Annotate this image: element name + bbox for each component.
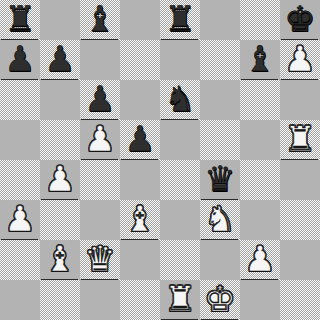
square-e3[interactable] [160,200,200,240]
square-b5[interactable] [40,120,80,160]
square-e2[interactable] [160,240,200,280]
white-king[interactable]: ♚ [204,282,235,317]
white-pawn[interactable]: ♟ [284,42,315,77]
square-g8[interactable] [240,0,280,40]
square-a7[interactable]: ♟ [0,40,40,80]
square-a8[interactable]: ♜ [0,0,40,40]
square-g2[interactable]: ♟ [240,240,280,280]
white-pawn[interactable]: ♟ [4,202,35,237]
black-pawn[interactable]: ♟ [44,42,75,77]
square-g6[interactable] [240,80,280,120]
square-c7[interactable] [80,40,120,80]
square-f3[interactable]: ♞ [200,200,240,240]
square-b6[interactable] [40,80,80,120]
square-a2[interactable] [0,240,40,280]
square-c8[interactable]: ♝ [80,0,120,40]
square-f2[interactable] [200,240,240,280]
white-bishop[interactable]: ♝ [124,202,155,237]
square-e6[interactable]: ♞ [160,80,200,120]
square-e8[interactable]: ♜ [160,0,200,40]
white-rook[interactable]: ♜ [164,282,195,317]
square-h5[interactable]: ♜ [280,120,320,160]
square-h6[interactable] [280,80,320,120]
black-pawn[interactable]: ♟ [84,82,115,117]
square-a6[interactable] [0,80,40,120]
square-h8[interactable]: ♚ [280,0,320,40]
square-d8[interactable] [120,0,160,40]
square-d3[interactable]: ♝ [120,200,160,240]
square-d2[interactable] [120,240,160,280]
white-pawn[interactable]: ♟ [44,162,75,197]
square-f4[interactable]: ♛ [200,160,240,200]
square-g3[interactable] [240,200,280,240]
square-c5[interactable]: ♟ [80,120,120,160]
white-bishop[interactable]: ♝ [44,242,75,277]
square-c4[interactable] [80,160,120,200]
square-f7[interactable] [200,40,240,80]
square-d4[interactable] [120,160,160,200]
white-pawn[interactable]: ♟ [84,122,115,157]
square-h3[interactable] [280,200,320,240]
square-g7[interactable]: ♝ [240,40,280,80]
square-a4[interactable] [0,160,40,200]
square-e1[interactable]: ♜ [160,280,200,320]
black-pawn[interactable]: ♟ [124,122,155,157]
square-f8[interactable] [200,0,240,40]
square-f5[interactable] [200,120,240,160]
black-knight[interactable]: ♞ [164,82,195,117]
black-bishop[interactable]: ♝ [84,2,115,37]
black-king[interactable]: ♚ [284,2,315,37]
white-knight[interactable]: ♞ [204,202,235,237]
square-e5[interactable] [160,120,200,160]
square-c1[interactable] [80,280,120,320]
square-h4[interactable] [280,160,320,200]
white-queen[interactable]: ♛ [84,242,115,277]
black-pawn[interactable]: ♟ [4,42,35,77]
square-g4[interactable] [240,160,280,200]
square-f6[interactable] [200,80,240,120]
square-d7[interactable] [120,40,160,80]
square-a1[interactable] [0,280,40,320]
black-bishop[interactable]: ♝ [244,42,275,77]
square-h7[interactable]: ♟ [280,40,320,80]
square-a5[interactable] [0,120,40,160]
square-b7[interactable]: ♟ [40,40,80,80]
square-c3[interactable] [80,200,120,240]
square-d1[interactable] [120,280,160,320]
square-a3[interactable]: ♟ [0,200,40,240]
square-c2[interactable]: ♛ [80,240,120,280]
square-b1[interactable] [40,280,80,320]
square-b8[interactable] [40,0,80,40]
white-pawn[interactable]: ♟ [244,242,275,277]
white-rook[interactable]: ♜ [284,122,315,157]
square-h2[interactable] [280,240,320,280]
square-b4[interactable]: ♟ [40,160,80,200]
black-queen[interactable]: ♛ [204,162,235,197]
square-f1[interactable]: ♚ [200,280,240,320]
square-g1[interactable] [240,280,280,320]
square-b3[interactable] [40,200,80,240]
square-c6[interactable]: ♟ [80,80,120,120]
square-e7[interactable] [160,40,200,80]
black-rook[interactable]: ♜ [164,2,195,37]
square-g5[interactable] [240,120,280,160]
black-rook[interactable]: ♜ [4,2,35,37]
square-h1[interactable] [280,280,320,320]
square-d5[interactable]: ♟ [120,120,160,160]
square-e4[interactable] [160,160,200,200]
chess-board: ♜♝♜♚♟♟♝♟♟♞♟♟♜♟♛♟♝♞♝♛♟♜♚ [0,0,320,320]
square-d6[interactable] [120,80,160,120]
square-b2[interactable]: ♝ [40,240,80,280]
